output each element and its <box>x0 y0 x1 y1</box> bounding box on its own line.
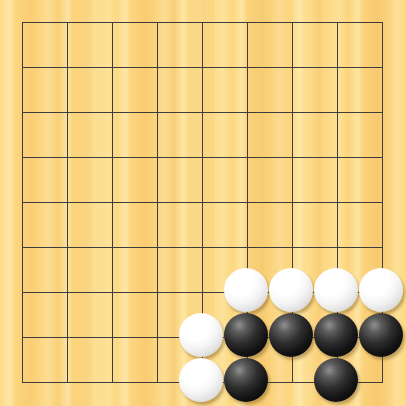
intersection-A2[interactable] <box>0 315 45 360</box>
intersection-D7[interactable] <box>135 90 180 135</box>
intersection-F6[interactable] <box>225 135 270 180</box>
intersection-D8[interactable] <box>135 45 180 90</box>
intersection-H2[interactable] <box>315 315 360 360</box>
intersection-E2[interactable] <box>180 315 225 360</box>
intersection-C9[interactable] <box>90 0 135 45</box>
white-stone-J3[interactable] <box>359 268 403 312</box>
black-stone-G2[interactable] <box>269 313 313 357</box>
intersection-H5[interactable] <box>315 180 360 225</box>
intersection-E4[interactable] <box>180 225 225 270</box>
intersection-A6[interactable] <box>0 135 45 180</box>
intersection-J3[interactable] <box>360 270 405 315</box>
intersection-G7[interactable] <box>270 90 315 135</box>
intersection-B7[interactable] <box>45 90 90 135</box>
intersection-B4[interactable] <box>45 225 90 270</box>
intersection-F5[interactable] <box>225 180 270 225</box>
intersection-E7[interactable] <box>180 90 225 135</box>
intersection-J8[interactable] <box>360 45 405 90</box>
black-stone-F1[interactable] <box>224 358 268 402</box>
intersection-J2[interactable] <box>360 315 405 360</box>
intersection-B5[interactable] <box>45 180 90 225</box>
white-stone-E1[interactable] <box>179 358 223 402</box>
intersection-F7[interactable] <box>225 90 270 135</box>
intersection-B3[interactable] <box>45 270 90 315</box>
intersection-F8[interactable] <box>225 45 270 90</box>
intersection-G5[interactable] <box>270 180 315 225</box>
intersection-H8[interactable] <box>315 45 360 90</box>
intersection-A4[interactable] <box>0 225 45 270</box>
intersection-B9[interactable] <box>45 0 90 45</box>
intersection-H6[interactable] <box>315 135 360 180</box>
intersection-A5[interactable] <box>0 180 45 225</box>
intersection-F1[interactable] <box>225 360 270 405</box>
intersection-J1[interactable] <box>360 360 405 405</box>
intersection-F9[interactable] <box>225 0 270 45</box>
intersection-F4[interactable] <box>225 225 270 270</box>
intersection-H7[interactable] <box>315 90 360 135</box>
white-stone-G3[interactable] <box>269 268 313 312</box>
intersection-E8[interactable] <box>180 45 225 90</box>
intersection-G4[interactable] <box>270 225 315 270</box>
intersection-C7[interactable] <box>90 90 135 135</box>
white-stone-H3[interactable] <box>314 268 358 312</box>
board-intersections <box>0 0 405 405</box>
intersection-J5[interactable] <box>360 180 405 225</box>
intersection-A7[interactable] <box>0 90 45 135</box>
intersection-A8[interactable] <box>0 45 45 90</box>
intersection-C6[interactable] <box>90 135 135 180</box>
intersection-G3[interactable] <box>270 270 315 315</box>
intersection-J7[interactable] <box>360 90 405 135</box>
intersection-D4[interactable] <box>135 225 180 270</box>
intersection-F2[interactable] <box>225 315 270 360</box>
intersection-G8[interactable] <box>270 45 315 90</box>
intersection-D3[interactable] <box>135 270 180 315</box>
intersection-D9[interactable] <box>135 0 180 45</box>
black-stone-F2[interactable] <box>224 313 268 357</box>
intersection-C5[interactable] <box>90 180 135 225</box>
intersection-E9[interactable] <box>180 0 225 45</box>
intersection-D5[interactable] <box>135 180 180 225</box>
intersection-B6[interactable] <box>45 135 90 180</box>
intersection-E1[interactable] <box>180 360 225 405</box>
black-stone-H2[interactable] <box>314 313 358 357</box>
intersection-J4[interactable] <box>360 225 405 270</box>
intersection-H1[interactable] <box>315 360 360 405</box>
intersection-B2[interactable] <box>45 315 90 360</box>
intersection-F3[interactable] <box>225 270 270 315</box>
intersection-E5[interactable] <box>180 180 225 225</box>
intersection-A3[interactable] <box>0 270 45 315</box>
intersection-J9[interactable] <box>360 0 405 45</box>
intersection-D6[interactable] <box>135 135 180 180</box>
intersection-G6[interactable] <box>270 135 315 180</box>
intersection-A1[interactable] <box>0 360 45 405</box>
intersection-B8[interactable] <box>45 45 90 90</box>
intersection-H9[interactable] <box>315 0 360 45</box>
intersection-E3[interactable] <box>180 270 225 315</box>
intersection-D2[interactable] <box>135 315 180 360</box>
intersection-D1[interactable] <box>135 360 180 405</box>
intersection-C3[interactable] <box>90 270 135 315</box>
intersection-A9[interactable] <box>0 0 45 45</box>
intersection-G9[interactable] <box>270 0 315 45</box>
intersection-H4[interactable] <box>315 225 360 270</box>
intersection-C4[interactable] <box>90 225 135 270</box>
intersection-G2[interactable] <box>270 315 315 360</box>
intersection-C8[interactable] <box>90 45 135 90</box>
intersection-G1[interactable] <box>270 360 315 405</box>
white-stone-F3[interactable] <box>224 268 268 312</box>
intersection-C2[interactable] <box>90 315 135 360</box>
black-stone-J2[interactable] <box>359 313 403 357</box>
intersection-E6[interactable] <box>180 135 225 180</box>
white-stone-E2[interactable] <box>179 313 223 357</box>
intersection-C1[interactable] <box>90 360 135 405</box>
go-board <box>0 0 406 406</box>
intersection-H3[interactable] <box>315 270 360 315</box>
intersection-J6[interactable] <box>360 135 405 180</box>
black-stone-H1[interactable] <box>314 358 358 402</box>
intersection-B1[interactable] <box>45 360 90 405</box>
